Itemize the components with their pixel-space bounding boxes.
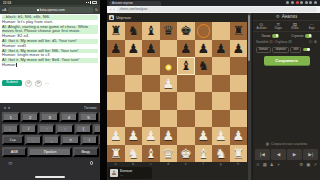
gear-icon[interactable]: ⚙ [276,14,280,19]
side-toggle[interactable] [303,48,310,52]
key-?[interactable]: ? [61,135,79,145]
dot-annotation-d6 [165,64,172,71]
square-g7[interactable]: ♟ [212,40,230,58]
chat-line-human: Human: [2,63,98,68]
settings-icon[interactable]: ⚙ [299,162,303,167]
square-b5[interactable] [125,75,143,93]
engine-info: Stockfish 11 · Глубина 18 [256,40,292,44]
coord-f: f [195,162,213,167]
square-a8[interactable]: ♜ [107,22,125,40]
panel-tab-Анализ[interactable]: ◎Анализ [253,22,270,30]
black-avatar: ♟ [109,15,114,20]
white-king-e1[interactable]: ♚ [177,145,195,163]
browser-window: Анализ партии ‹ › chess.com/analysis ♟ Ч… [107,0,320,180]
key-;[interactable]: ; [56,124,73,134]
black-pawn-b7[interactable]: ♟ [125,40,143,58]
white-pawn-d5[interactable]: ♟ [160,75,178,93]
saved-analyses-link[interactable]: ▦ Сохранённые анализы [253,141,320,148]
square-b7[interactable]: ♟ [125,40,143,58]
key-#+=[interactable]: #+= [2,135,24,145]
square-c4[interactable] [142,92,160,110]
extension-icon[interactable] [305,1,308,4]
key-3[interactable]: 3 [40,112,58,122]
circle-annotation-f8 [197,24,211,38]
panel-tabs: ◎Анализ≡Ходы▤Книга⋯Ещё [253,21,320,32]
extension-icons [286,1,317,4]
key-:[interactable]: : [38,124,55,134]
submit-button[interactable]: Submit [2,80,22,86]
extension-icon[interactable] [309,1,312,4]
key-)[interactable]: ) [93,124,100,134]
square-a4[interactable] [107,92,125,110]
black-bishop-e6[interactable]: ♝ [177,57,195,75]
square-c5[interactable] [142,75,160,93]
square-c3[interactable] [142,110,160,128]
keyboard-accessory: ∧ ∨Готово [2,104,99,111]
square-e6[interactable]: ♝ [177,57,195,75]
square-b6[interactable] [125,57,143,75]
signal-icon [86,2,87,3]
mic-icon[interactable] [90,161,93,165]
engine-settings-icon[interactable]: ⚙ [314,40,317,44]
coord-h: h [230,162,248,167]
clock: 21:53 [3,1,11,5]
white-queen-d1[interactable]: ♛ [160,145,178,163]
square-g8[interactable] [212,22,230,40]
extension-icon[interactable] [314,1,317,4]
side-chip-белые[interactable]: белые [256,47,271,53]
white-pawn-c2[interactable]: ♟ [142,127,160,145]
key-2[interactable]: 2 [21,112,39,122]
layout-icon[interactable]: ▣ [306,162,310,167]
white-pawn-g2[interactable]: ♟ [212,127,230,145]
square-b4[interactable] [125,92,143,110]
phone-panel: 21:53 аА beta.openai.com ↻ …block: b5, N… [0,0,100,180]
panel-toggles: ЛинииСтрелки [253,32,320,39]
status-icons [86,1,97,4]
square-f4[interactable] [195,92,213,110]
black-rook-a8[interactable]: ♜ [107,22,125,40]
keyboard-row: АБВПробелВвод [2,147,99,157]
square-d5[interactable]: ♟ [160,75,178,93]
chess-board: ♜♞♝♛♚♜♟♟♟♟♟♟♟♝♞♟♟♟♟♟♟♟♟♜♞♝♛♚♝♞♜ [107,22,247,162]
square-h8[interactable]: ♜ [230,22,248,40]
square-c1[interactable]: ♝ [142,145,160,163]
menu-icon[interactable]: ≡ [256,162,260,167]
toggle-switch[interactable] [272,34,279,38]
black-king-e8[interactable]: ♚ [177,22,195,40]
panel-title: Анализ [282,14,298,19]
white-knight-b1[interactable]: ♞ [125,145,143,163]
square-f8[interactable] [195,22,213,40]
scrollbar[interactable] [248,13,251,180]
tab-label: Анализ [253,27,270,30]
browser-toolbar: ‹ › chess.com/analysis [107,6,320,13]
prev-move-button[interactable]: ◀ [271,149,286,160]
share-icon[interactable]: ↗ [313,162,317,167]
square-e7[interactable]: ♟ [177,40,195,58]
black-pawn-g7[interactable]: ♟ [212,40,230,58]
square-h5[interactable] [230,75,248,93]
coord-e: e [177,162,195,167]
text-cursor [16,63,17,67]
tab-label: Книга [287,27,304,30]
address-bar[interactable]: chess.com/analysis [117,7,317,12]
key-/[interactable]: / [20,124,37,134]
square-h1[interactable]: ♜ [230,145,248,163]
side-chip-обе[interactable]: обе [290,47,301,53]
extension-icon[interactable] [291,1,294,4]
white-avatar: ♙ [110,169,118,177]
key-Пробел[interactable]: Пробел [28,147,71,157]
keyboard-bottom: ☺ [2,159,99,168]
toggle-Стрелки[interactable]: Стрелки [291,34,312,38]
square-d6[interactable] [160,57,178,75]
coord-d: d [160,162,178,167]
panel-tools: ≡▦♟+ ⚙▣↗ [253,161,320,169]
key-Ввод[interactable]: Ввод [73,147,99,157]
black-pawn-h7[interactable]: ♟ [230,40,248,58]
square-a7[interactable]: ♟ [107,40,125,58]
square-a2[interactable]: ♟ [107,127,125,145]
grid-icon: ▦ [266,142,269,146]
url-field[interactable]: beta.openai.com [8,7,93,13]
black-player-bar: ♟ Чёрные [107,13,248,22]
tab-label: Ходы [270,27,287,30]
white-pawn-d2[interactable]: ♟ [160,127,178,145]
playground-chat: …block: b5, Nf6, e6h, Nf6.Human: let's p… [0,14,100,77]
extension-icon[interactable] [300,1,303,4]
key-1[interactable]: 1 [2,112,20,122]
white-player-bar: ♙ Белые — [108,167,152,179]
square-b2[interactable]: ♟ [125,127,143,145]
keyboard-row: 1234567890 [2,112,99,122]
forward-button[interactable]: › [113,7,114,12]
done-button[interactable]: Готово [84,105,96,110]
square-f1[interactable]: ♝ [195,145,213,163]
white-pawn-f2[interactable]: ♟ [195,127,213,145]
reader-button[interactable]: аА [2,8,6,12]
black-pawn-e7[interactable]: ♟ [177,40,195,58]
add-icon[interactable]: + [277,162,281,167]
square-f3[interactable] [195,110,213,128]
side-selector: белыечёрныеобе [253,45,320,54]
white-rook-h1[interactable]: ♜ [230,145,248,163]
tab-label: Ещё [303,27,320,30]
square-d8[interactable]: ♛ [160,22,178,40]
regenerate-button[interactable]: ⟳ [35,80,42,87]
keyboard-row: -/:;()₽&@" [2,124,99,134]
square-c7[interactable]: ♟ [142,40,160,58]
black-knight-b8[interactable]: ♞ [125,22,143,40]
refresh-icon[interactable]: ↻ [95,8,98,12]
square-h6[interactable] [230,57,248,75]
last-move-button[interactable]: ▶| [303,149,318,160]
chat-actions: Submit↺⟳⋯ [2,79,98,87]
info-icon[interactable]: ⓘ [309,40,313,44]
white-bishop-c1[interactable]: ♝ [142,145,160,163]
square-e2[interactable] [177,127,195,145]
first-move-button[interactable]: |◀ [255,149,270,160]
square-e4[interactable] [177,92,195,110]
key-5[interactable]: 5 [79,112,97,122]
toggle-label: Стрелки [291,34,303,38]
lock-icon [37,9,39,11]
square-d1[interactable]: ♛ [160,145,178,163]
square-g5[interactable] [212,75,230,93]
square-g4[interactable] [212,92,230,110]
safari-address-bar: аА beta.openai.com ↻ [0,5,100,14]
board-editor-icon[interactable]: ▦ [263,162,267,167]
home-indicator[interactable] [35,176,65,178]
emoji-key[interactable]: ☺ [8,160,14,166]
square-g3[interactable] [212,110,230,128]
black-knight-f6[interactable]: ♞ [195,57,213,75]
square-g1[interactable]: ♞ [212,145,230,163]
square-a3[interactable] [107,110,125,128]
coord-g: g [212,162,230,167]
white-pawn-h2[interactable]: ♟ [230,127,248,145]
white-player-sub: — [120,174,132,178]
white-pawn-b2[interactable]: ♟ [125,127,143,145]
panel-tab-Книга[interactable]: ▤Книга [287,22,304,30]
save-button[interactable]: Сохранить [264,56,310,65]
undo-button[interactable]: ↺ [25,80,32,87]
ios-keyboard: ∧ ∨Готово1234567890-/:;()₽&@"#+=.,?!'⌫АБ… [0,103,100,180]
square-f6[interactable]: ♞ [195,57,213,75]
key-АБВ[interactable]: АБВ [2,147,28,157]
square-d2[interactable]: ♟ [160,127,178,145]
black-player-name: Чёрные [116,15,131,20]
extension-icon[interactable] [296,1,299,4]
square-h4[interactable] [230,92,248,110]
back-button[interactable]: ‹ [110,7,111,12]
key--[interactable]: - [2,124,19,134]
black-bishop-c8[interactable]: ♝ [142,22,160,40]
key-([interactable]: ( [75,124,92,134]
key-![interactable]: ! [81,135,98,145]
extension-icon[interactable] [286,1,289,4]
caret-arrows: ∧ ∨ [4,105,11,110]
toggle-knob [309,34,312,37]
square-f7[interactable]: ♟ [195,40,213,58]
pieces-icon[interactable]: ♟ [270,162,274,167]
keyboard-row: #+=.,?!'⌫ [2,135,99,145]
black-rook-h8[interactable]: ♜ [230,22,248,40]
square-d4[interactable] [160,92,178,110]
scrollbar-thumb[interactable] [248,15,250,61]
square-h2[interactable]: ♟ [230,127,248,145]
battery-icon [92,1,97,4]
black-pawn-f7[interactable]: ♟ [195,40,213,58]
move-list [253,65,320,141]
panel-tab-Ходы[interactable]: ≡Ходы [270,22,287,30]
white-bishop-f1[interactable]: ♝ [195,145,213,163]
square-e1[interactable]: ♚ [177,145,195,163]
square-f2[interactable]: ♟ [195,127,213,145]
key-.[interactable]: . [25,135,42,145]
square-h3[interactable] [230,110,248,128]
key-,[interactable]: , [43,135,60,145]
square-g2[interactable]: ♟ [212,127,230,145]
square-d3[interactable] [160,110,178,128]
panel-tab-Ещё[interactable]: ⋯Ещё [303,22,320,30]
square-c6[interactable] [142,57,160,75]
white-knight-g1[interactable]: ♞ [212,145,230,163]
square-g6[interactable] [212,57,230,75]
square-e5[interactable] [177,75,195,93]
black-pawn-a7[interactable]: ♟ [107,40,125,58]
square-a1[interactable]: ♜ [107,145,125,163]
tab-title: Анализ партии [112,1,133,5]
square-c8[interactable]: ♝ [142,22,160,40]
square-c2[interactable]: ♟ [142,127,160,145]
square-b8[interactable]: ♞ [125,22,143,40]
white-rook-a1[interactable]: ♜ [107,145,125,163]
key-4[interactable]: 4 [60,112,78,122]
black-pawn-c7[interactable]: ♟ [142,40,160,58]
square-h7[interactable]: ♟ [230,40,248,58]
toggle-Линии[interactable]: Линии [261,34,279,38]
square-f5[interactable] [195,75,213,93]
panel-header: ⚙ Анализ [253,13,320,21]
square-a5[interactable] [107,75,125,93]
square-d7[interactable] [160,40,178,58]
analysis-panel: ⚙ Анализ ◎Анализ≡Ходы▤Книга⋯Ещё ЛинииСтр… [252,13,320,180]
toggle-switch[interactable] [305,34,312,38]
toggle-label: Линии [261,34,270,38]
toggle-knob [276,34,279,37]
url-text: beta.openai.com [40,8,65,12]
screen-divider [100,0,107,180]
more-options-icon[interactable]: ⋯ [45,81,50,86]
square-a6[interactable] [107,57,125,75]
square-b1[interactable]: ♞ [125,145,143,163]
white-pawn-a2[interactable]: ♟ [107,127,125,145]
screen: 21:53 аА beta.openai.com ↻ …block: b5, N… [0,0,320,180]
black-queen-d8[interactable]: ♛ [160,22,178,40]
move-navigation: |◀◀▶▶| [253,148,320,161]
square-b3[interactable] [125,110,143,128]
square-e8[interactable]: ♚ [177,22,195,40]
knob [307,48,310,51]
square-e3[interactable] [177,110,195,128]
next-move-button[interactable]: ▶ [287,149,302,160]
side-chip-чёрные[interactable]: чёрные [272,47,288,53]
